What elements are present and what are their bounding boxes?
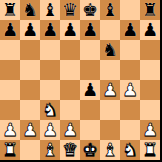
square-a6[interactable]	[0, 40, 20, 60]
square-c6[interactable]	[40, 40, 60, 60]
square-f3[interactable]	[100, 100, 120, 120]
square-h7[interactable]: ♟	[140, 20, 160, 40]
square-d4[interactable]	[60, 80, 80, 100]
square-e8[interactable]: ♚	[80, 0, 100, 20]
square-h1[interactable]: ♜	[140, 140, 160, 160]
square-b2[interactable]: ♟	[20, 120, 40, 140]
piece-black-pawn[interactable]: ♟	[82, 80, 98, 100]
piece-white-pawn[interactable]: ♟	[142, 120, 158, 140]
square-f6[interactable]: ♞	[100, 40, 120, 60]
square-d5[interactable]	[60, 60, 80, 80]
square-f2[interactable]	[100, 120, 120, 140]
square-f5[interactable]	[100, 60, 120, 80]
piece-black-rook[interactable]: ♜	[2, 0, 18, 20]
piece-white-knight[interactable]: ♞	[122, 140, 138, 160]
square-c5[interactable]	[40, 60, 60, 80]
square-g2[interactable]	[120, 120, 140, 140]
square-g5[interactable]	[120, 60, 140, 80]
square-h8[interactable]: ♜	[140, 0, 160, 20]
square-d7[interactable]: ♟	[60, 20, 80, 40]
square-g1[interactable]: ♞	[120, 140, 140, 160]
piece-black-pawn[interactable]: ♟	[82, 20, 98, 40]
square-a3[interactable]	[0, 100, 20, 120]
square-e2[interactable]	[80, 120, 100, 140]
square-c1[interactable]: ♝	[40, 140, 60, 160]
square-d3[interactable]	[60, 100, 80, 120]
piece-black-pawn[interactable]: ♟	[142, 20, 158, 40]
square-b4[interactable]	[20, 80, 40, 100]
square-d2[interactable]: ♟	[60, 120, 80, 140]
piece-white-rook[interactable]: ♜	[142, 140, 158, 160]
piece-black-bishop[interactable]: ♝	[102, 0, 118, 20]
square-d8[interactable]: ♛	[60, 0, 80, 20]
piece-black-rook[interactable]: ♜	[142, 0, 158, 20]
square-e1[interactable]: ♚	[80, 140, 100, 160]
square-h2[interactable]: ♟	[140, 120, 160, 140]
square-f1[interactable]: ♝	[100, 140, 120, 160]
square-h6[interactable]	[140, 40, 160, 60]
square-e4[interactable]: ♟	[80, 80, 100, 100]
square-g8[interactable]	[120, 0, 140, 20]
piece-white-pawn[interactable]: ♟	[62, 120, 78, 140]
square-d6[interactable]	[60, 40, 80, 60]
square-f7[interactable]	[100, 20, 120, 40]
square-e7[interactable]: ♟	[80, 20, 100, 40]
square-f8[interactable]: ♝	[100, 0, 120, 20]
piece-black-pawn[interactable]: ♟	[62, 20, 78, 40]
square-g3[interactable]	[120, 100, 140, 120]
piece-white-queen[interactable]: ♛	[62, 140, 78, 160]
piece-black-pawn[interactable]: ♟	[122, 20, 138, 40]
square-g7[interactable]: ♟	[120, 20, 140, 40]
piece-black-bishop[interactable]: ♝	[42, 0, 58, 20]
square-b1[interactable]	[20, 140, 40, 160]
square-g6[interactable]	[120, 40, 140, 60]
square-c8[interactable]: ♝	[40, 0, 60, 20]
square-a1[interactable]: ♜	[0, 140, 20, 160]
piece-black-pawn[interactable]: ♟	[2, 20, 18, 40]
piece-white-pawn[interactable]: ♟	[2, 120, 18, 140]
chess-board: ♜♞♝♛♚♝♜♟♟♟♟♟♟♟♞♟♟♟♞♟♟♟♟♟♜♝♛♚♝♞♜	[0, 0, 162, 162]
square-e6[interactable]	[80, 40, 100, 60]
square-c4[interactable]	[40, 80, 60, 100]
piece-white-pawn[interactable]: ♟	[42, 120, 58, 140]
square-c7[interactable]: ♟	[40, 20, 60, 40]
square-f4[interactable]: ♟	[100, 80, 120, 100]
square-e3[interactable]	[80, 100, 100, 120]
piece-white-rook[interactable]: ♜	[2, 140, 18, 160]
square-c2[interactable]: ♟	[40, 120, 60, 140]
square-b3[interactable]	[20, 100, 40, 120]
piece-black-knight[interactable]: ♞	[22, 0, 38, 20]
piece-white-bishop[interactable]: ♝	[102, 140, 118, 160]
piece-white-knight[interactable]: ♞	[42, 100, 58, 120]
piece-white-bishop[interactable]: ♝	[42, 140, 58, 160]
square-b8[interactable]: ♞	[20, 0, 40, 20]
piece-black-pawn[interactable]: ♟	[22, 20, 38, 40]
piece-white-pawn[interactable]: ♟	[22, 120, 38, 140]
piece-black-pawn[interactable]: ♟	[42, 20, 58, 40]
square-b6[interactable]	[20, 40, 40, 60]
square-e5[interactable]	[80, 60, 100, 80]
square-a4[interactable]	[0, 80, 20, 100]
square-b7[interactable]: ♟	[20, 20, 40, 40]
piece-black-king[interactable]: ♚	[82, 0, 98, 20]
square-a5[interactable]	[0, 60, 20, 80]
square-d1[interactable]: ♛	[60, 140, 80, 160]
piece-white-pawn[interactable]: ♟	[102, 80, 118, 100]
square-c3[interactable]: ♞	[40, 100, 60, 120]
piece-black-queen[interactable]: ♛	[62, 0, 78, 20]
piece-black-knight[interactable]: ♞	[102, 40, 118, 60]
square-h5[interactable]	[140, 60, 160, 80]
square-b5[interactable]	[20, 60, 40, 80]
square-a8[interactable]: ♜	[0, 0, 20, 20]
square-h3[interactable]	[140, 100, 160, 120]
square-a7[interactable]: ♟	[0, 20, 20, 40]
square-g4[interactable]: ♟	[120, 80, 140, 100]
piece-white-pawn[interactable]: ♟	[122, 80, 138, 100]
square-h4[interactable]	[140, 80, 160, 100]
square-a2[interactable]: ♟	[0, 120, 20, 140]
piece-white-king[interactable]: ♚	[82, 140, 98, 160]
